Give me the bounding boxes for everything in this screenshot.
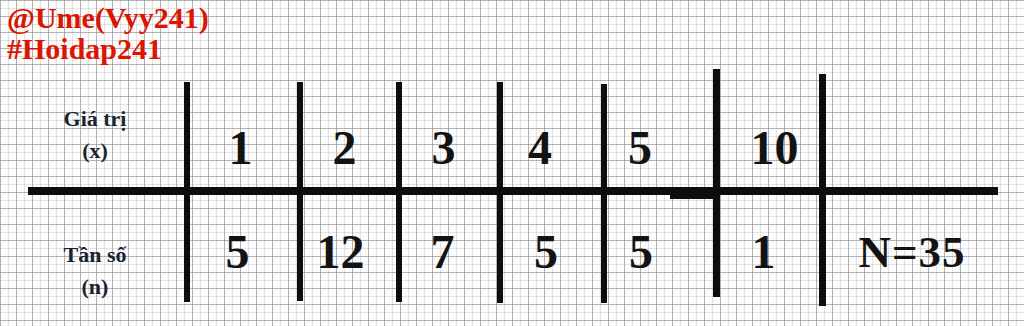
- x-value-cell: 4: [492, 118, 588, 178]
- row-label-n-unit: (n): [0, 271, 190, 303]
- row-label-tan-so: Tần số (n): [0, 239, 190, 303]
- row-label-x-unit: (x): [0, 135, 190, 167]
- n-value-cell: 5: [498, 222, 594, 282]
- n-value-cell: 12: [294, 222, 387, 282]
- frequency-table-image: @Ume(Vyy241)#Hoidap241 Giá trị (x) Tần s…: [0, 0, 1024, 326]
- row-label-tan-so-text: Tần số: [0, 239, 190, 271]
- row-label-gia-tri: Giá trị (x): [0, 103, 190, 167]
- watermark-line2: #Hoidap241: [7, 32, 162, 65]
- row-label-gia-tri-text: Giá trị: [0, 103, 190, 135]
- x-value-cell: 1: [187, 118, 294, 178]
- x-value-cell: 5: [587, 118, 693, 178]
- watermark: @Ume(Vyy241)#Hoidap241: [7, 2, 209, 64]
- x-value-cell: 3: [395, 118, 492, 178]
- table-horizontal-rule: [28, 187, 998, 195]
- n-value-cell: 5: [184, 222, 291, 282]
- n-value-cell: 7: [394, 222, 491, 282]
- watermark-line1: @Ume(Vyy241): [7, 1, 209, 34]
- total-cell: N=35: [817, 222, 1007, 282]
- n-value-cell: 1: [714, 222, 813, 282]
- n-value-cell: 5: [588, 222, 694, 282]
- x-value-cell: 10: [725, 118, 824, 178]
- x-value-cell: 2: [298, 118, 391, 178]
- table-horizontal-rule-notch: [670, 190, 715, 199]
